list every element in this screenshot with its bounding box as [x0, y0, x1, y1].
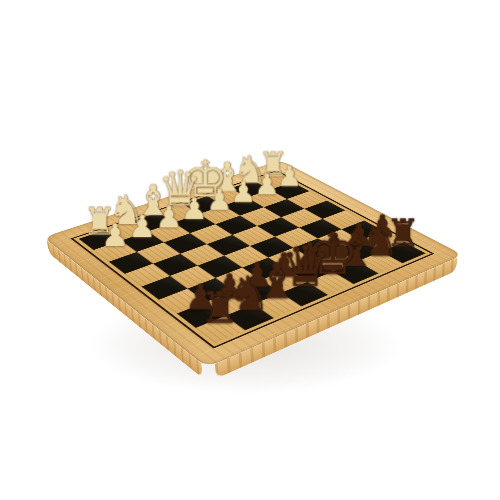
chess-set-photo: ♜♞♝♛♚♝♞♜♟♟♟♟♟♟♟♟♟♟♟♟♟♟♟♟♜♞♝♛♚♝♞♜ — [0, 0, 500, 500]
piece-white-pawn-a2[interactable]: ♟ — [93, 220, 137, 251]
chessboard-scene: ♜♞♝♛♚♝♞♜♟♟♟♟♟♟♟♟♟♟♟♟♟♟♟♟♜♞♝♛♚♝♞♜ — [0, 0, 500, 500]
chessboard: ♜♞♝♛♚♝♞♜♟♟♟♟♟♟♟♟♟♟♟♟♟♟♟♟♜♞♝♛♚♝♞♜ — [43, 160, 463, 367]
piece-black-rook-a8[interactable]: ♜ — [195, 286, 245, 329]
